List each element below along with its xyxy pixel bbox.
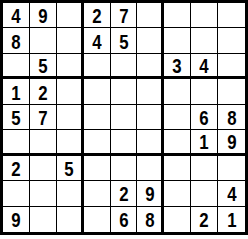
cell-r1c4[interactable]: 2 [84, 3, 111, 28]
cell-r1c8[interactable] [191, 3, 218, 28]
cell-r2c4[interactable]: 4 [84, 28, 111, 53]
sudoku-page: 4927845534125768192529496821 [0, 0, 248, 239]
given-digit: 7 [38, 106, 47, 128]
given-digit: 6 [119, 208, 128, 230]
given-digit: 5 [64, 157, 73, 179]
cell-r8c1[interactable] [3, 181, 30, 206]
cell-r8c2[interactable] [30, 181, 57, 206]
cell-r1c2[interactable]: 9 [30, 3, 57, 28]
cell-r7c5[interactable] [111, 156, 138, 181]
cell-r7c2[interactable] [30, 156, 57, 181]
cell-r5c7[interactable] [164, 105, 191, 130]
given-digit: 4 [199, 54, 208, 76]
given-digit: 2 [92, 4, 101, 26]
sudoku-board: 4927845534125768192529496821 [0, 0, 248, 235]
cell-r5c9[interactable]: 8 [218, 105, 245, 130]
cell-r3c9[interactable] [218, 54, 245, 79]
cell-r4c3[interactable] [57, 79, 84, 104]
cell-r4c2[interactable]: 2 [30, 79, 57, 104]
cell-r2c7[interactable] [164, 28, 191, 53]
cell-r7c4[interactable] [84, 156, 111, 181]
cell-r3c7[interactable]: 3 [164, 54, 191, 79]
cell-r4c1[interactable]: 1 [3, 79, 30, 104]
cell-r5c6[interactable] [137, 105, 164, 130]
cell-r4c7[interactable] [164, 79, 191, 104]
given-digit: 4 [11, 4, 20, 26]
given-digit: 9 [11, 208, 20, 230]
cell-r7c1[interactable]: 2 [3, 156, 30, 181]
cell-r2c8[interactable] [191, 28, 218, 53]
given-digit: 2 [38, 81, 47, 103]
cell-r7c3[interactable]: 5 [57, 156, 84, 181]
given-digit: 5 [11, 106, 20, 128]
given-digit: 4 [92, 30, 101, 52]
cell-r8c6[interactable]: 9 [137, 181, 164, 206]
given-digit: 6 [199, 106, 208, 128]
cell-r3c5[interactable] [111, 54, 138, 79]
cell-r7c7[interactable] [164, 156, 191, 181]
given-digit: 9 [38, 4, 47, 26]
given-digit: 1 [11, 81, 20, 103]
cell-r8c7[interactable] [164, 181, 191, 206]
cell-r3c1[interactable] [3, 54, 30, 79]
cell-r4c9[interactable] [218, 79, 245, 104]
cell-r7c8[interactable] [191, 156, 218, 181]
cell-r5c3[interactable] [57, 105, 84, 130]
cell-r1c1[interactable]: 4 [3, 3, 30, 28]
cell-r3c8[interactable]: 4 [191, 54, 218, 79]
cell-r6c3[interactable] [57, 130, 84, 155]
cell-r6c7[interactable] [164, 130, 191, 155]
cell-r2c3[interactable] [57, 28, 84, 53]
cell-r8c9[interactable]: 4 [218, 181, 245, 206]
cell-r2c5[interactable]: 5 [111, 28, 138, 53]
cell-r5c2[interactable]: 7 [30, 105, 57, 130]
cell-r2c6[interactable] [137, 28, 164, 53]
given-digit: 1 [199, 130, 208, 152]
given-digit: 9 [227, 130, 236, 152]
cell-r8c4[interactable] [84, 181, 111, 206]
cell-r9c4[interactable] [84, 207, 111, 232]
cell-r8c8[interactable] [191, 181, 218, 206]
cell-r2c1[interactable]: 8 [3, 28, 30, 53]
cell-r6c6[interactable] [137, 130, 164, 155]
cell-r9c8[interactable]: 2 [191, 207, 218, 232]
cell-r9c1[interactable]: 9 [3, 207, 30, 232]
cell-r8c3[interactable] [57, 181, 84, 206]
cell-r6c2[interactable] [30, 130, 57, 155]
cell-r5c4[interactable] [84, 105, 111, 130]
cell-r4c4[interactable] [84, 79, 111, 104]
cell-r9c9[interactable]: 1 [218, 207, 245, 232]
cell-r6c1[interactable] [3, 130, 30, 155]
cell-r9c3[interactable] [57, 207, 84, 232]
given-digit: 2 [199, 208, 208, 230]
cell-r6c5[interactable] [111, 130, 138, 155]
cell-r2c2[interactable] [30, 28, 57, 53]
given-digit: 5 [38, 54, 47, 76]
cell-r9c7[interactable] [164, 207, 191, 232]
given-digit: 2 [119, 182, 128, 204]
cell-r5c5[interactable] [111, 105, 138, 130]
given-digit: 8 [11, 30, 20, 52]
cell-r3c3[interactable] [57, 54, 84, 79]
cell-r6c4[interactable] [84, 130, 111, 155]
cell-r8c5[interactable]: 2 [111, 181, 138, 206]
cell-r6c8[interactable]: 1 [191, 130, 218, 155]
cell-r7c9[interactable] [218, 156, 245, 181]
given-digit: 8 [227, 106, 236, 128]
given-digit: 5 [119, 30, 128, 52]
cell-r1c3[interactable] [57, 3, 84, 28]
given-digit: 7 [119, 4, 128, 26]
cell-r3c6[interactable] [137, 54, 164, 79]
given-digit: 1 [227, 208, 236, 230]
cell-r4c6[interactable] [137, 79, 164, 104]
cell-r9c5[interactable]: 6 [111, 207, 138, 232]
cell-r6c9[interactable]: 9 [218, 130, 245, 155]
cell-r9c6[interactable]: 8 [137, 207, 164, 232]
cell-r5c8[interactable]: 6 [191, 105, 218, 130]
cell-r1c5[interactable]: 7 [111, 3, 138, 28]
cell-r5c1[interactable]: 5 [3, 105, 30, 130]
cell-r4c5[interactable] [111, 79, 138, 104]
cell-r3c4[interactable] [84, 54, 111, 79]
cell-r2c9[interactable] [218, 28, 245, 53]
given-digit: 8 [145, 208, 154, 230]
cell-r4c8[interactable] [191, 79, 218, 104]
cell-r7c6[interactable] [137, 156, 164, 181]
given-digit: 9 [145, 182, 154, 204]
cell-r1c7[interactable] [164, 3, 191, 28]
given-digit: 4 [227, 182, 236, 204]
cell-r3c2[interactable]: 5 [30, 54, 57, 79]
cell-r1c6[interactable] [137, 3, 164, 28]
given-digit: 2 [11, 157, 20, 179]
cell-r9c2[interactable] [30, 207, 57, 232]
given-digit: 3 [173, 54, 182, 76]
cell-r1c9[interactable] [218, 3, 245, 28]
